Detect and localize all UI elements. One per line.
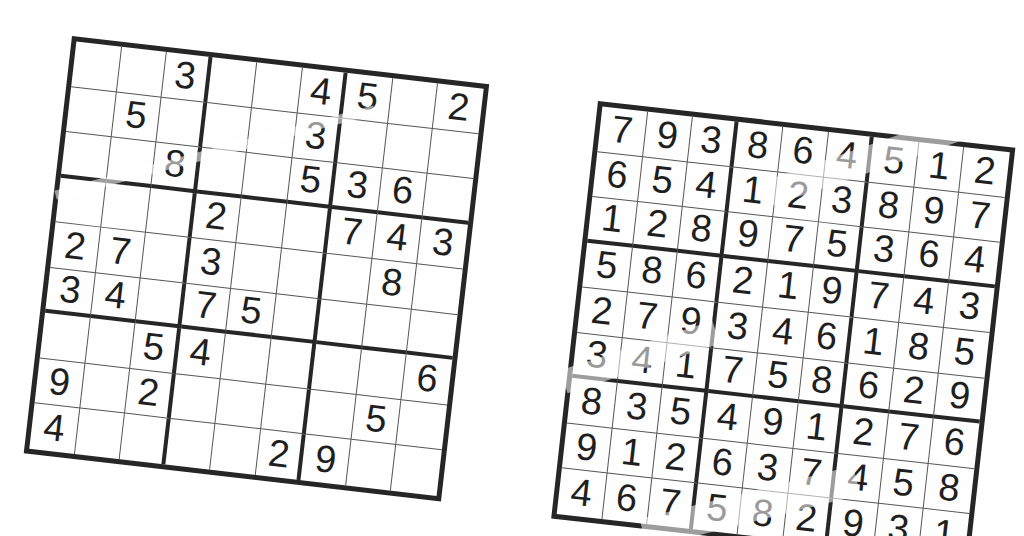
cell-r2c5: 2: [773, 172, 823, 222]
cell-r4c6: 9: [808, 268, 858, 318]
cell-r6c3: 1: [662, 343, 712, 393]
cell-r1c4: [207, 57, 257, 107]
cell-r8c5: [216, 379, 266, 429]
cell-r3c7: 3: [332, 163, 382, 213]
cell-r5c4: 3: [713, 303, 763, 353]
cell-r3c9: 4: [949, 238, 999, 288]
cell-r7c1: [40, 313, 90, 363]
cell-r8c8: 5: [351, 395, 401, 445]
cell-r3c4: [196, 148, 246, 198]
cell-r7c9: 6: [929, 419, 979, 469]
cell-r2c6: 3: [292, 113, 342, 163]
cell-r2c2: 5: [638, 157, 688, 207]
cell-r8c9: 8: [924, 464, 974, 514]
cell-r4c2: [101, 183, 151, 233]
cell-r4c3: 6: [673, 252, 723, 302]
cell-r5c9: 5: [939, 328, 989, 378]
cell-r1c9: 2: [433, 83, 483, 133]
cell-r5c5: 4: [758, 308, 808, 358]
cell-r2c7: [337, 118, 387, 168]
cell-r2c8: 9: [909, 187, 959, 237]
cell-r6c1: 3: [45, 268, 95, 318]
cell-r4c8: 4: [372, 214, 422, 264]
cell-r4c5: 1: [763, 263, 813, 313]
cell-r3c2: 2: [632, 202, 682, 252]
cell-r9c1: 4: [557, 469, 607, 519]
cell-r4c2: 8: [627, 247, 677, 297]
cell-r1c5: [252, 62, 302, 112]
cell-r6c8: 2: [889, 368, 939, 418]
cell-r4c8: 4: [899, 278, 949, 328]
sudoku-solution-board: 7938645126541238971289753645862197432793…: [551, 101, 1015, 536]
page: 3452538536274327383475546925429 79386451…: [0, 0, 1024, 536]
cell-r6c9: [407, 310, 457, 360]
cell-r2c8: [383, 123, 433, 173]
cell-r2c1: [66, 87, 116, 137]
cell-r9c1: 4: [29, 404, 79, 454]
cell-r2c4: [202, 102, 252, 152]
cell-r5c1: 2: [50, 223, 100, 273]
cell-r4c5: [236, 198, 286, 248]
cell-r7c9: 6: [402, 355, 452, 405]
cell-r3c9: [423, 174, 473, 224]
cell-r3c6: 5: [287, 158, 337, 208]
cell-r6c2: 4: [617, 338, 667, 388]
sudoku-puzzle-board: 3452538536274327383475546925429: [24, 36, 489, 501]
cell-r6c8: [362, 304, 412, 354]
cell-r5c1: 2: [577, 288, 627, 338]
cell-r8c2: 1: [607, 428, 657, 478]
cell-r4c9: 3: [944, 283, 994, 333]
cell-r3c3: 8: [678, 207, 728, 257]
cell-r5c7: [322, 254, 372, 304]
cell-r4c4: 2: [718, 258, 768, 308]
cell-r8c7: 4: [833, 454, 883, 504]
cell-r7c2: 3: [612, 383, 662, 433]
cell-r3c3: 8: [151, 143, 201, 193]
cell-r8c4: [170, 374, 220, 424]
cell-r5c8: 8: [367, 259, 417, 309]
cell-r1c4: 8: [733, 122, 783, 172]
cell-r1c8: [388, 78, 438, 128]
cell-r8c1: 9: [562, 423, 612, 473]
cell-r4c1: 5: [582, 242, 632, 292]
cell-r6c6: 8: [798, 358, 848, 408]
cell-r3c7: 3: [859, 228, 909, 278]
cell-r6c4: 7: [708, 348, 758, 398]
cell-r7c5: 9: [748, 398, 798, 448]
cell-r5c4: 3: [186, 238, 236, 288]
cell-r7c2: [85, 318, 135, 368]
cell-r8c2: [80, 364, 130, 414]
cell-r7c8: 7: [884, 414, 934, 464]
cell-r4c1: [55, 177, 105, 227]
cell-r7c5: [221, 334, 271, 384]
cell-r7c6: [266, 339, 316, 389]
cell-r3c8: 6: [904, 233, 954, 283]
cell-r2c1: 6: [592, 152, 642, 202]
cell-r9c3: 7: [647, 479, 697, 529]
cell-r9c7: 9: [301, 435, 351, 485]
cell-r3c5: [242, 153, 292, 203]
cell-r4c6: [282, 203, 332, 253]
cell-r2c9: [428, 129, 478, 179]
cell-r8c6: [261, 384, 311, 434]
cell-r7c6: 1: [793, 404, 843, 454]
cell-r9c4: [165, 419, 215, 469]
cell-r1c5: 6: [778, 127, 828, 177]
cell-r9c7: 9: [828, 499, 878, 536]
cell-r3c6: 5: [814, 222, 864, 272]
cell-r9c2: [75, 409, 125, 459]
cell-r1c6: 4: [297, 68, 347, 118]
cell-r7c8: [357, 350, 407, 400]
cell-r1c3: 3: [162, 52, 212, 102]
cell-r7c3: 5: [130, 324, 180, 374]
cell-r4c7: 7: [327, 209, 377, 259]
cell-r6c4: 7: [181, 284, 231, 334]
cell-r9c9: [391, 445, 441, 495]
cell-r8c9: [397, 400, 447, 450]
cell-r5c2: 7: [95, 228, 145, 278]
cell-r2c5: [247, 108, 297, 158]
cell-r9c3: [120, 414, 170, 464]
cell-r1c7: 5: [343, 73, 393, 123]
cell-r6c5: 5: [753, 353, 803, 403]
cell-r6c2: 4: [90, 273, 140, 323]
cell-r1c2: 9: [643, 112, 693, 162]
cell-r6c6: [271, 294, 321, 344]
cell-r7c7: [311, 344, 361, 394]
cell-r9c9: 1: [919, 509, 969, 536]
cell-r3c4: 9: [723, 212, 773, 262]
cell-r6c1: 3: [572, 333, 622, 383]
cell-r7c7: 2: [838, 409, 888, 459]
cell-r5c7: 1: [849, 318, 899, 368]
cell-r1c7: 5: [869, 137, 919, 187]
cell-r8c4: 6: [698, 439, 748, 489]
cell-r1c3: 3: [688, 117, 738, 167]
cell-r2c9: 7: [954, 192, 1004, 242]
cell-r5c2: 7: [622, 293, 672, 343]
cell-r2c4: 1: [728, 167, 778, 217]
cell-r1c1: [71, 42, 121, 92]
cell-r9c5: 8: [738, 489, 788, 536]
cell-r7c4: 4: [703, 393, 753, 443]
cell-r8c6: 7: [788, 449, 838, 499]
cell-r9c6: 2: [783, 494, 833, 536]
cell-r5c6: 6: [803, 313, 853, 363]
cell-r9c2: 6: [602, 474, 652, 524]
cell-r5c3: [141, 233, 191, 283]
cell-r5c8: 8: [894, 323, 944, 373]
cell-r1c6: 4: [824, 132, 874, 182]
cell-r8c5: 3: [743, 444, 793, 494]
cell-r1c9: 2: [960, 147, 1010, 197]
cell-r6c7: 6: [844, 363, 894, 413]
cell-r6c9: 9: [934, 373, 984, 423]
cell-r7c1: 8: [567, 378, 617, 428]
cell-r1c1: 7: [597, 107, 647, 157]
cell-r7c4: 4: [175, 329, 225, 379]
cell-r2c7: 8: [864, 182, 914, 232]
cell-r3c1: [61, 132, 111, 182]
cell-r4c4: 2: [191, 193, 241, 243]
cell-r9c5: [210, 425, 260, 475]
cell-r9c6: 2: [256, 430, 306, 480]
cell-r3c2: [106, 137, 156, 187]
cell-r8c8: 5: [879, 459, 929, 509]
cell-r2c3: [156, 97, 206, 147]
cell-r5c6: [276, 249, 326, 299]
cell-r9c8: 3: [874, 504, 924, 536]
cell-r2c6: 3: [819, 177, 869, 227]
cell-r8c1: 9: [35, 358, 85, 408]
cell-r9c4: 5: [693, 484, 743, 534]
cell-r3c5: 7: [768, 217, 818, 267]
cell-r6c7: [316, 299, 366, 349]
cell-r1c2: [116, 47, 166, 97]
cell-r4c3: [146, 188, 196, 238]
cell-r8c3: 2: [125, 369, 175, 419]
cell-r6c5: 5: [226, 289, 276, 339]
cell-r5c5: [231, 243, 281, 293]
cell-r3c8: 6: [377, 169, 427, 219]
cell-r4c9: 3: [417, 219, 467, 269]
cell-r4c7: 7: [854, 273, 904, 323]
cell-r8c3: 2: [652, 434, 702, 484]
cell-r3c1: 1: [587, 197, 637, 247]
cell-r5c9: [412, 264, 462, 314]
cell-r6c3: [135, 278, 185, 328]
cell-r2c2: 5: [111, 92, 161, 142]
cell-r9c8: [346, 440, 396, 490]
cell-r5c3: 9: [668, 298, 718, 348]
cell-r8c7: [306, 390, 356, 440]
cell-r1c8: 1: [914, 142, 964, 192]
cell-r2c3: 4: [683, 162, 733, 212]
cell-r7c3: 5: [657, 388, 707, 438]
